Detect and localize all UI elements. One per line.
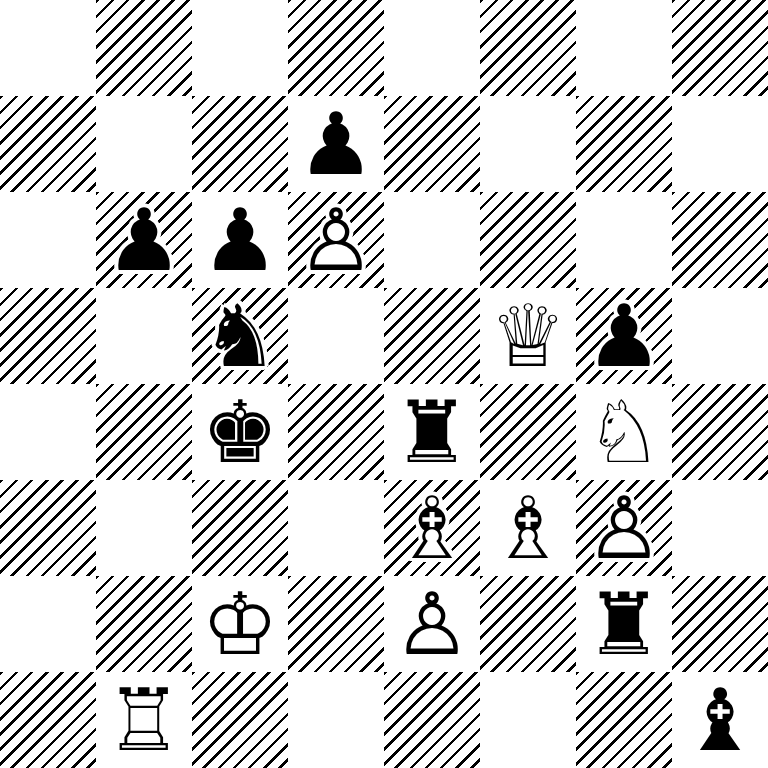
white-pawn-halo: ♟ bbox=[393, 576, 470, 672]
square-a5[interactable] bbox=[0, 288, 96, 384]
square-b3[interactable] bbox=[96, 480, 192, 576]
square-h5[interactable] bbox=[672, 288, 768, 384]
square-e3[interactable]: ♝♗ bbox=[384, 480, 480, 576]
black-rook-halo: ♜ bbox=[585, 576, 662, 672]
square-e6[interactable] bbox=[384, 192, 480, 288]
square-a7[interactable] bbox=[0, 96, 96, 192]
square-c8[interactable] bbox=[192, 0, 288, 96]
square-c1[interactable] bbox=[192, 672, 288, 768]
square-e1[interactable] bbox=[384, 672, 480, 768]
black-knight-icon: ♞ bbox=[201, 288, 278, 384]
square-g4[interactable]: ♞♘ bbox=[576, 384, 672, 480]
black-rook-icon: ♜ bbox=[393, 384, 470, 480]
square-f5[interactable]: ♛♕ bbox=[480, 288, 576, 384]
square-d1[interactable] bbox=[288, 672, 384, 768]
square-b1[interactable]: ♜♖ bbox=[96, 672, 192, 768]
square-c7[interactable] bbox=[192, 96, 288, 192]
square-f8[interactable] bbox=[480, 0, 576, 96]
black-king-halo: ♚ bbox=[201, 384, 278, 480]
white-rook-icon: ♖ bbox=[105, 672, 182, 768]
white-pawn-icon: ♙ bbox=[297, 192, 374, 288]
square-h6[interactable] bbox=[672, 192, 768, 288]
square-d2[interactable] bbox=[288, 576, 384, 672]
square-f4[interactable] bbox=[480, 384, 576, 480]
square-g7[interactable] bbox=[576, 96, 672, 192]
square-a6[interactable] bbox=[0, 192, 96, 288]
white-queen-halo: ♛ bbox=[489, 288, 566, 384]
chess-board: ♟♟♟♟♟♟♟♙♞♞♛♕♟♟♚♚♜♜♞♘♝♗♝♗♟♙♚♔♟♙♜♜♜♖♝♝ bbox=[0, 0, 768, 768]
black-pawn-halo: ♟ bbox=[105, 192, 182, 288]
square-a4[interactable] bbox=[0, 384, 96, 480]
white-king-halo: ♚ bbox=[201, 576, 278, 672]
square-f6[interactable] bbox=[480, 192, 576, 288]
square-c3[interactable] bbox=[192, 480, 288, 576]
black-bishop-icon: ♝ bbox=[681, 672, 758, 768]
black-pawn-icon: ♟ bbox=[585, 288, 662, 384]
square-c4[interactable]: ♚♚ bbox=[192, 384, 288, 480]
square-b8[interactable] bbox=[96, 0, 192, 96]
square-d5[interactable] bbox=[288, 288, 384, 384]
white-pawn-icon: ♙ bbox=[393, 576, 470, 672]
square-b2[interactable] bbox=[96, 576, 192, 672]
square-c6[interactable]: ♟♟ bbox=[192, 192, 288, 288]
square-a2[interactable] bbox=[0, 576, 96, 672]
square-a3[interactable] bbox=[0, 480, 96, 576]
square-f1[interactable] bbox=[480, 672, 576, 768]
square-e4[interactable]: ♜♜ bbox=[384, 384, 480, 480]
white-knight-icon: ♘ bbox=[585, 384, 662, 480]
white-rook-halo: ♜ bbox=[105, 672, 182, 768]
square-d3[interactable] bbox=[288, 480, 384, 576]
black-pawn-icon: ♟ bbox=[297, 96, 374, 192]
square-f7[interactable] bbox=[480, 96, 576, 192]
white-bishop-halo: ♝ bbox=[393, 480, 470, 576]
square-g6[interactable] bbox=[576, 192, 672, 288]
white-bishop-icon: ♗ bbox=[489, 480, 566, 576]
square-a8[interactable] bbox=[0, 0, 96, 96]
square-c2[interactable]: ♚♔ bbox=[192, 576, 288, 672]
black-pawn-halo: ♟ bbox=[585, 288, 662, 384]
square-f3[interactable]: ♝♗ bbox=[480, 480, 576, 576]
white-queen-icon: ♕ bbox=[489, 288, 566, 384]
black-bishop-halo: ♝ bbox=[681, 672, 758, 768]
square-e7[interactable] bbox=[384, 96, 480, 192]
square-g3[interactable]: ♟♙ bbox=[576, 480, 672, 576]
square-g1[interactable] bbox=[576, 672, 672, 768]
black-pawn-halo: ♟ bbox=[201, 192, 278, 288]
square-f2[interactable] bbox=[480, 576, 576, 672]
black-pawn-halo: ♟ bbox=[297, 96, 374, 192]
white-knight-halo: ♞ bbox=[585, 384, 662, 480]
square-c5[interactable]: ♞♞ bbox=[192, 288, 288, 384]
square-b6[interactable]: ♟♟ bbox=[96, 192, 192, 288]
square-h4[interactable] bbox=[672, 384, 768, 480]
square-b5[interactable] bbox=[96, 288, 192, 384]
square-h8[interactable] bbox=[672, 0, 768, 96]
white-bishop-halo: ♝ bbox=[489, 480, 566, 576]
square-d7[interactable]: ♟♟ bbox=[288, 96, 384, 192]
square-e5[interactable] bbox=[384, 288, 480, 384]
square-a1[interactable] bbox=[0, 672, 96, 768]
square-g5[interactable]: ♟♟ bbox=[576, 288, 672, 384]
white-pawn-icon: ♙ bbox=[585, 480, 662, 576]
square-d8[interactable] bbox=[288, 0, 384, 96]
square-h1[interactable]: ♝♝ bbox=[672, 672, 768, 768]
black-pawn-icon: ♟ bbox=[105, 192, 182, 288]
square-d6[interactable]: ♟♙ bbox=[288, 192, 384, 288]
white-king-icon: ♔ bbox=[201, 576, 278, 672]
square-h7[interactable] bbox=[672, 96, 768, 192]
square-b4[interactable] bbox=[96, 384, 192, 480]
square-e8[interactable] bbox=[384, 0, 480, 96]
square-g8[interactable] bbox=[576, 0, 672, 96]
square-h2[interactable] bbox=[672, 576, 768, 672]
black-rook-icon: ♜ bbox=[585, 576, 662, 672]
white-bishop-icon: ♗ bbox=[393, 480, 470, 576]
white-pawn-halo: ♟ bbox=[297, 192, 374, 288]
square-h3[interactable] bbox=[672, 480, 768, 576]
black-king-icon: ♚ bbox=[201, 384, 278, 480]
black-knight-halo: ♞ bbox=[201, 288, 278, 384]
square-b7[interactable] bbox=[96, 96, 192, 192]
white-pawn-halo: ♟ bbox=[585, 480, 662, 576]
square-g2[interactable]: ♜♜ bbox=[576, 576, 672, 672]
square-e2[interactable]: ♟♙ bbox=[384, 576, 480, 672]
black-rook-halo: ♜ bbox=[393, 384, 470, 480]
black-pawn-icon: ♟ bbox=[201, 192, 278, 288]
square-d4[interactable] bbox=[288, 384, 384, 480]
